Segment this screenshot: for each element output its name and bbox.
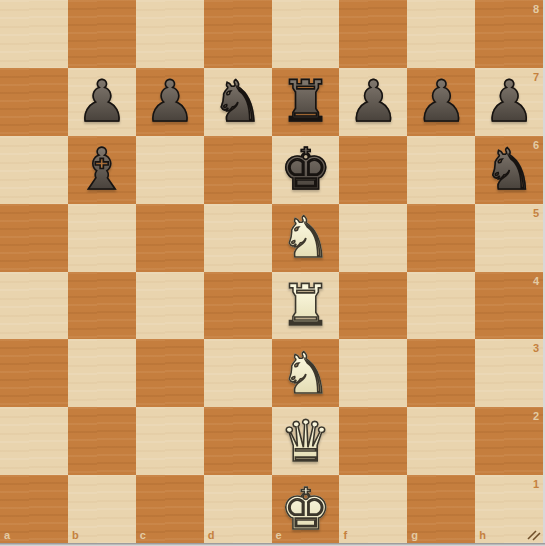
coordinate-file-a: a: [4, 529, 10, 541]
coordinate-file-b: b: [72, 529, 79, 541]
square-h3[interactable]: 3: [475, 339, 543, 407]
square-g7[interactable]: ♟: [407, 68, 475, 136]
square-e1[interactable]: e♚: [272, 475, 340, 543]
square-d3[interactable]: [204, 339, 272, 407]
piece-black-pawn[interactable]: ♟: [68, 68, 136, 136]
piece-black-knight[interactable]: ♞: [475, 136, 543, 204]
square-d2[interactable]: [204, 407, 272, 475]
piece-black-knight[interactable]: ♞: [204, 68, 272, 136]
square-b6[interactable]: ♝: [68, 136, 136, 204]
square-g1[interactable]: g: [407, 475, 475, 543]
piece-black-pawn[interactable]: ♟: [339, 68, 407, 136]
square-a1[interactable]: a: [0, 475, 68, 543]
square-h6[interactable]: 6♞: [475, 136, 543, 204]
square-d6[interactable]: [204, 136, 272, 204]
square-d1[interactable]: d: [204, 475, 272, 543]
square-a8[interactable]: [0, 0, 68, 68]
chess-board-frame: 8♟♟♞♜♟♟7♟♝♚6♞♞5♜4♞3♛2abcde♚fg1h: [0, 0, 545, 546]
square-f6[interactable]: [339, 136, 407, 204]
square-a4[interactable]: [0, 272, 68, 340]
square-h8[interactable]: 8: [475, 0, 543, 68]
square-e7[interactable]: ♜: [272, 68, 340, 136]
coordinate-rank-2: 2: [533, 410, 539, 422]
square-d8[interactable]: [204, 0, 272, 68]
square-b4[interactable]: [68, 272, 136, 340]
coordinate-rank-1: 1: [533, 478, 539, 490]
piece-white-knight[interactable]: ♞: [272, 204, 340, 272]
square-h2[interactable]: 2: [475, 407, 543, 475]
square-b7[interactable]: ♟: [68, 68, 136, 136]
square-c4[interactable]: [136, 272, 204, 340]
coordinate-file-f: f: [343, 529, 347, 541]
square-c1[interactable]: c: [136, 475, 204, 543]
coordinate-file-d: d: [208, 529, 215, 541]
board-resize-handle-icon[interactable]: [527, 527, 541, 541]
square-a6[interactable]: [0, 136, 68, 204]
square-a3[interactable]: [0, 339, 68, 407]
square-g5[interactable]: [407, 204, 475, 272]
square-h7[interactable]: 7♟: [475, 68, 543, 136]
square-b5[interactable]: [68, 204, 136, 272]
square-a2[interactable]: [0, 407, 68, 475]
square-b3[interactable]: [68, 339, 136, 407]
square-e4[interactable]: ♜: [272, 272, 340, 340]
square-d4[interactable]: [204, 272, 272, 340]
coordinate-file-g: g: [411, 529, 418, 541]
chess-board: 8♟♟♞♜♟♟7♟♝♚6♞♞5♜4♞3♛2abcde♚fg1h: [0, 0, 543, 543]
coordinate-file-h: h: [479, 529, 486, 541]
square-c3[interactable]: [136, 339, 204, 407]
coordinate-rank-5: 5: [533, 207, 539, 219]
square-f2[interactable]: [339, 407, 407, 475]
square-c6[interactable]: [136, 136, 204, 204]
square-c7[interactable]: ♟: [136, 68, 204, 136]
square-g6[interactable]: [407, 136, 475, 204]
piece-black-pawn[interactable]: ♟: [407, 68, 475, 136]
square-e3[interactable]: ♞: [272, 339, 340, 407]
square-g4[interactable]: [407, 272, 475, 340]
coordinate-rank-8: 8: [533, 3, 539, 15]
square-h4[interactable]: 4: [475, 272, 543, 340]
square-f7[interactable]: ♟: [339, 68, 407, 136]
coordinate-rank-4: 4: [533, 275, 539, 287]
square-f3[interactable]: [339, 339, 407, 407]
square-f1[interactable]: f: [339, 475, 407, 543]
square-d7[interactable]: ♞: [204, 68, 272, 136]
square-b2[interactable]: [68, 407, 136, 475]
square-b8[interactable]: [68, 0, 136, 68]
piece-black-bishop[interactable]: ♝: [68, 136, 136, 204]
square-c5[interactable]: [136, 204, 204, 272]
square-e5[interactable]: ♞: [272, 204, 340, 272]
square-a5[interactable]: [0, 204, 68, 272]
square-g8[interactable]: [407, 0, 475, 68]
square-f5[interactable]: [339, 204, 407, 272]
square-h5[interactable]: 5: [475, 204, 543, 272]
square-e2[interactable]: ♛: [272, 407, 340, 475]
piece-white-king[interactable]: ♚: [272, 475, 340, 543]
square-g2[interactable]: [407, 407, 475, 475]
square-e8[interactable]: [272, 0, 340, 68]
square-c2[interactable]: [136, 407, 204, 475]
piece-white-knight[interactable]: ♞: [272, 339, 340, 407]
piece-white-queen[interactable]: ♛: [272, 407, 340, 475]
square-e6[interactable]: ♚: [272, 136, 340, 204]
square-b1[interactable]: b: [68, 475, 136, 543]
piece-black-king[interactable]: ♚: [272, 136, 340, 204]
piece-black-pawn[interactable]: ♟: [475, 68, 543, 136]
square-a7[interactable]: [0, 68, 68, 136]
square-d5[interactable]: [204, 204, 272, 272]
square-f4[interactable]: [339, 272, 407, 340]
coordinate-file-c: c: [140, 529, 146, 541]
square-g3[interactable]: [407, 339, 475, 407]
piece-white-rook[interactable]: ♜: [272, 272, 340, 340]
square-f8[interactable]: [339, 0, 407, 68]
coordinate-rank-3: 3: [533, 342, 539, 354]
square-c8[interactable]: [136, 0, 204, 68]
piece-black-rook[interactable]: ♜: [272, 68, 340, 136]
piece-black-pawn[interactable]: ♟: [136, 68, 204, 136]
